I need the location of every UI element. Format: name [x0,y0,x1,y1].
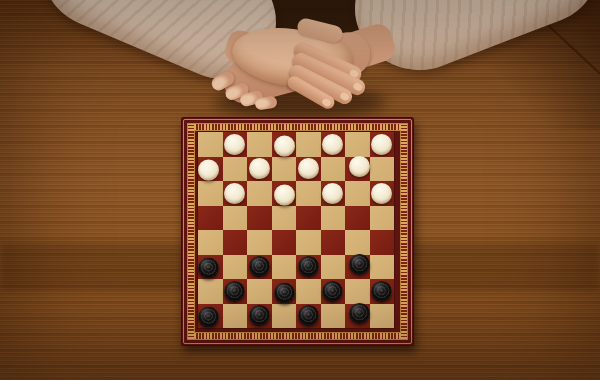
square-a7[interactable] [198,157,223,182]
checker-white[interactable] [349,156,370,177]
checker-black[interactable] [298,305,319,326]
checker-black[interactable] [198,258,219,279]
frame-trim-right [401,124,407,339]
checker-white[interactable] [322,183,343,204]
square-a2 [198,279,223,304]
square-g3[interactable] [345,255,370,280]
checker-white[interactable] [371,134,392,155]
square-h6[interactable] [370,181,395,206]
square-g6 [345,181,370,206]
square-f7 [321,157,346,182]
checker-black[interactable] [224,281,245,302]
square-e3[interactable] [296,255,321,280]
checker-white[interactable] [274,184,295,205]
square-a5[interactable] [198,206,223,231]
square-b2[interactable] [223,279,248,304]
square-f2[interactable] [321,279,346,304]
square-g2 [345,279,370,304]
square-b8[interactable] [223,132,248,157]
square-c6 [247,181,272,206]
square-c3[interactable] [247,255,272,280]
checker-black[interactable] [249,305,270,326]
checker-white[interactable] [274,135,295,156]
square-h1 [370,304,395,329]
square-e7[interactable] [296,157,321,182]
square-b4[interactable] [223,230,248,255]
square-e8 [296,132,321,157]
square-d7 [272,157,297,182]
checker-black[interactable] [349,254,370,275]
checkers-board [181,117,414,346]
square-b7 [223,157,248,182]
checker-white[interactable] [198,160,219,181]
square-h2[interactable] [370,279,395,304]
square-d8[interactable] [272,132,297,157]
board-grid [198,132,394,328]
square-d3 [272,255,297,280]
square-g7[interactable] [345,157,370,182]
square-f1 [321,304,346,329]
checker-white[interactable] [224,134,245,155]
square-c5[interactable] [247,206,272,231]
square-g4 [345,230,370,255]
square-e2 [296,279,321,304]
square-a8 [198,132,223,157]
square-b3 [223,255,248,280]
square-e5[interactable] [296,206,321,231]
square-a3[interactable] [198,255,223,280]
square-h4[interactable] [370,230,395,255]
square-d1 [272,304,297,329]
square-c4 [247,230,272,255]
square-f5 [321,206,346,231]
square-d5 [272,206,297,231]
checker-black[interactable] [249,256,270,277]
square-h5 [370,206,395,231]
square-f3 [321,255,346,280]
checker-black[interactable] [198,307,219,328]
square-h3 [370,255,395,280]
checker-black[interactable] [322,281,343,302]
square-b5 [223,206,248,231]
square-c2 [247,279,272,304]
square-a6 [198,181,223,206]
scene: { "game": "checkers", "scene": { "descri… [0,0,600,380]
square-d4[interactable] [272,230,297,255]
square-h7 [370,157,395,182]
square-a4 [198,230,223,255]
checker-black[interactable] [274,282,295,303]
square-f6[interactable] [321,181,346,206]
square-b1 [223,304,248,329]
frame-trim-bottom [188,333,407,339]
checker-black[interactable] [349,303,370,324]
square-e6 [296,181,321,206]
checker-white[interactable] [322,134,343,155]
square-f4[interactable] [321,230,346,255]
square-g5[interactable] [345,206,370,231]
square-h8[interactable] [370,132,395,157]
square-e4 [296,230,321,255]
checker-white[interactable] [249,158,270,179]
checker-black[interactable] [371,281,392,302]
square-d6[interactable] [272,181,297,206]
checker-white[interactable] [371,183,392,204]
square-g1[interactable] [345,304,370,329]
square-e1[interactable] [296,304,321,329]
square-a1[interactable] [198,304,223,329]
square-c1[interactable] [247,304,272,329]
square-d2[interactable] [272,279,297,304]
square-g8 [345,132,370,157]
checker-black[interactable] [298,256,319,277]
square-c7[interactable] [247,157,272,182]
checker-white[interactable] [298,158,319,179]
checker-white[interactable] [224,183,245,204]
square-b6[interactable] [223,181,248,206]
square-c8 [247,132,272,157]
square-f8[interactable] [321,132,346,157]
